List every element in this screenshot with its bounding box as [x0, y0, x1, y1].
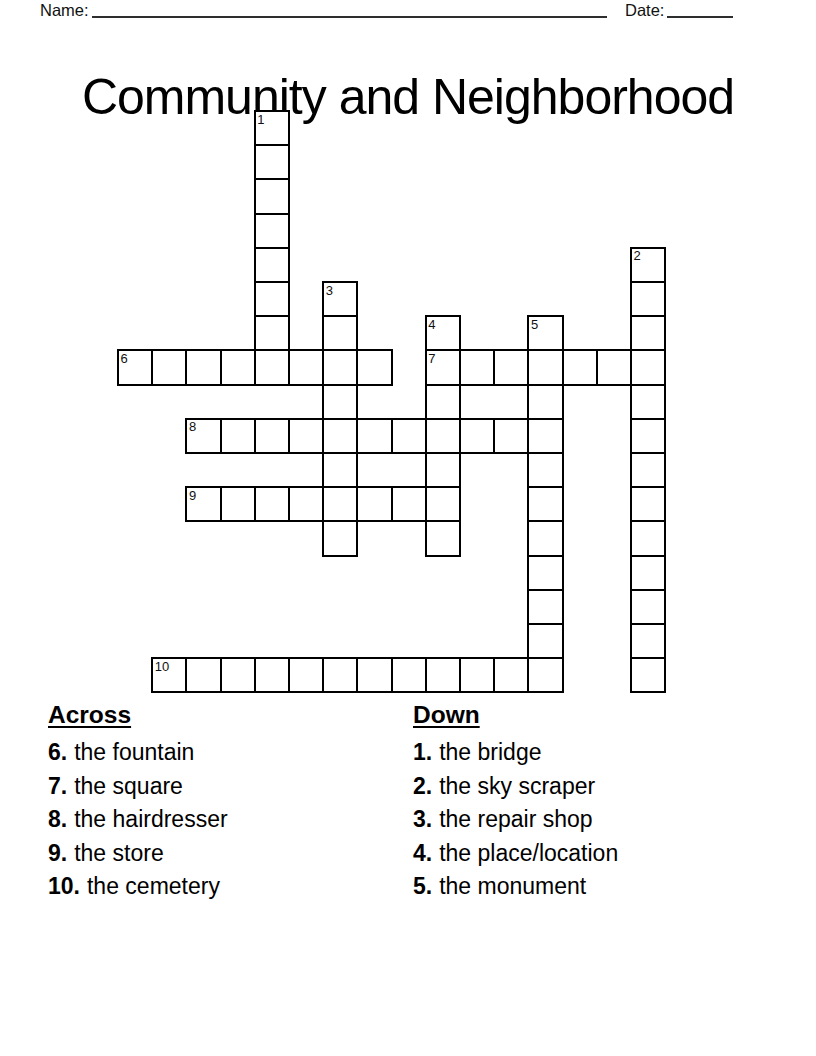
crossword-cell-r11c12[interactable]	[527, 486, 563, 522]
crossword-cell-r8c9[interactable]	[425, 384, 461, 420]
clue-number: 10.	[48, 873, 80, 899]
across-clue-10: 10.the cemetery	[48, 870, 228, 904]
crossword-cell-r7c0[interactable]	[117, 349, 153, 385]
crossword-cell-r16c5[interactable]	[288, 657, 324, 693]
crossword-cell-r7c10[interactable]	[459, 349, 495, 385]
worksheet-page: Name: Date: Community and Neighborhood 1…	[0, 0, 816, 1056]
crossword-cell-r11c5[interactable]	[288, 486, 324, 522]
crossword-cell-r1c4[interactable]	[254, 144, 290, 180]
crossword-cell-r0c4[interactable]	[254, 110, 290, 146]
crossword-cell-r10c15[interactable]	[630, 452, 666, 488]
crossword-cell-r12c15[interactable]	[630, 520, 666, 556]
crossword-cell-r2c4[interactable]	[254, 178, 290, 214]
down-clue-3: 3.the repair shop	[413, 803, 618, 837]
clue-number: 8.	[48, 806, 67, 832]
clue-number: 9.	[48, 840, 67, 866]
clue-text: the sky scraper	[439, 773, 595, 799]
crossword-cell-r7c14[interactable]	[596, 349, 632, 385]
crossword-cell-r9c7[interactable]	[356, 418, 392, 454]
crossword-cell-r13c15[interactable]	[630, 555, 666, 591]
crossword-cell-r6c6[interactable]	[322, 315, 358, 351]
crossword-cell-r14c15[interactable]	[630, 589, 666, 625]
crossword-cell-r7c3[interactable]	[220, 349, 256, 385]
clue-number: 5.	[413, 873, 432, 899]
clue-number: 6.	[48, 739, 67, 765]
across-clue-list: 6.the fountain7.the square8.the hairdres…	[48, 736, 228, 904]
crossword-cell-r7c11[interactable]	[493, 349, 529, 385]
clue-text: the fountain	[74, 739, 194, 765]
clue-text: the place/location	[439, 840, 618, 866]
crossword-grid: 12345678910	[117, 110, 667, 694]
across-clue-9: 9.the store	[48, 837, 228, 871]
crossword-cell-r16c2[interactable]	[185, 657, 221, 693]
clue-number: 1.	[413, 739, 432, 765]
crossword-cell-r12c12[interactable]	[527, 520, 563, 556]
crossword-cell-r11c8[interactable]	[391, 486, 427, 522]
crossword-cell-r6c4[interactable]	[254, 315, 290, 351]
crossword-cell-r11c15[interactable]	[630, 486, 666, 522]
crossword-cell-r3c4[interactable]	[254, 213, 290, 249]
crossword-cell-r9c15[interactable]	[630, 418, 666, 454]
crossword-cell-r15c15[interactable]	[630, 623, 666, 659]
across-heading: Across	[48, 700, 228, 730]
crossword-cell-r11c4[interactable]	[254, 486, 290, 522]
crossword-cell-r8c6[interactable]	[322, 384, 358, 420]
crossword-cell-r7c5[interactable]	[288, 349, 324, 385]
crossword-cell-r4c4[interactable]	[254, 247, 290, 283]
clue-number: 7.	[48, 773, 67, 799]
clue-text: the square	[74, 773, 183, 799]
crossword-cell-r9c5[interactable]	[288, 418, 324, 454]
across-clue-6: 6.the fountain	[48, 736, 228, 770]
crossword-cell-r8c12[interactable]	[527, 384, 563, 420]
crossword-cell-r14c12[interactable]	[527, 589, 563, 625]
crossword-cell-r11c3[interactable]	[220, 486, 256, 522]
crossword-cell-r9c9[interactable]	[425, 418, 461, 454]
crossword-cell-r7c15[interactable]	[630, 349, 666, 385]
date-label: Date:	[625, 1, 664, 20]
date-input-line[interactable]	[667, 0, 733, 18]
crossword-cell-r7c9[interactable]	[425, 349, 461, 385]
crossword-cell-r16c4[interactable]	[254, 657, 290, 693]
crossword-cell-r10c6[interactable]	[322, 452, 358, 488]
down-clue-2: 2.the sky scraper	[413, 770, 618, 804]
crossword-cell-r11c2[interactable]	[185, 486, 221, 522]
clue-text: the cemetery	[87, 873, 220, 899]
crossword-cell-r5c15[interactable]	[630, 281, 666, 317]
down-heading: Down	[413, 700, 618, 730]
across-clues-section: Across 6.the fountain7.the square8.the h…	[48, 700, 228, 904]
clue-text: the hairdresser	[74, 806, 227, 832]
down-clue-list: 1.the bridge2.the sky scraper3.the repai…	[413, 736, 618, 904]
crossword-cell-r4c15[interactable]	[630, 247, 666, 283]
clue-text: the store	[74, 840, 164, 866]
crossword-cell-r7c13[interactable]	[562, 349, 598, 385]
crossword-cell-r16c8[interactable]	[391, 657, 427, 693]
crossword-cell-r7c2[interactable]	[185, 349, 221, 385]
crossword-cell-r16c9[interactable]	[425, 657, 461, 693]
crossword-cell-r5c6[interactable]	[322, 281, 358, 317]
clue-text: the monument	[439, 873, 586, 899]
crossword-cell-r16c6[interactable]	[322, 657, 358, 693]
crossword-cell-r12c6[interactable]	[322, 520, 358, 556]
crossword-cell-r11c9[interactable]	[425, 486, 461, 522]
crossword-cell-r7c12[interactable]	[527, 349, 563, 385]
crossword-cell-r16c15[interactable]	[630, 657, 666, 693]
crossword-cell-r9c3[interactable]	[220, 418, 256, 454]
crossword-cell-r9c11[interactable]	[493, 418, 529, 454]
crossword-cell-r16c3[interactable]	[220, 657, 256, 693]
crossword-cell-r7c4[interactable]	[254, 349, 290, 385]
crossword-cell-r16c11[interactable]	[493, 657, 529, 693]
clue-text: the bridge	[439, 739, 541, 765]
across-clue-7: 7.the square	[48, 770, 228, 804]
crossword-cell-r8c15[interactable]	[630, 384, 666, 420]
crossword-cell-r15c12[interactable]	[527, 623, 563, 659]
crossword-cell-r9c2[interactable]	[185, 418, 221, 454]
crossword-cell-r6c9[interactable]	[425, 315, 461, 351]
crossword-cell-r16c12[interactable]	[527, 657, 563, 693]
clue-number: 2.	[413, 773, 432, 799]
crossword-cell-r10c12[interactable]	[527, 452, 563, 488]
name-label: Name:	[40, 1, 89, 20]
crossword-cell-r13c12[interactable]	[527, 555, 563, 591]
crossword-cell-r9c8[interactable]	[391, 418, 427, 454]
crossword-cell-r16c10[interactable]	[459, 657, 495, 693]
clue-number: 3.	[413, 806, 432, 832]
down-clue-4: 4.the place/location	[413, 837, 618, 871]
down-clues-section: Down 1.the bridge2.the sky scraper3.the …	[413, 700, 618, 904]
crossword-cell-r9c10[interactable]	[459, 418, 495, 454]
crossword-cell-r9c4[interactable]	[254, 418, 290, 454]
clue-text: the repair shop	[439, 806, 592, 832]
crossword-cell-r11c6[interactable]	[322, 486, 358, 522]
down-clue-5: 5.the monument	[413, 870, 618, 904]
crossword-cell-r16c7[interactable]	[356, 657, 392, 693]
clue-number: 4.	[413, 840, 432, 866]
crossword-cell-r7c7[interactable]	[356, 349, 392, 385]
crossword-cell-r16c1[interactable]	[151, 657, 187, 693]
crossword-cell-r7c6[interactable]	[322, 349, 358, 385]
crossword-cell-r6c15[interactable]	[630, 315, 666, 351]
down-clue-1: 1.the bridge	[413, 736, 618, 770]
crossword-cell-r11c7[interactable]	[356, 486, 392, 522]
crossword-cell-r9c6[interactable]	[322, 418, 358, 454]
across-clue-8: 8.the hairdresser	[48, 803, 228, 837]
crossword-cell-r7c1[interactable]	[151, 349, 187, 385]
crossword-cell-r10c9[interactable]	[425, 452, 461, 488]
name-input-line[interactable]	[92, 0, 607, 18]
crossword-cell-r12c9[interactable]	[425, 520, 461, 556]
crossword-cell-r9c12[interactable]	[527, 418, 563, 454]
crossword-cell-r5c4[interactable]	[254, 281, 290, 317]
crossword-cell-r6c12[interactable]	[527, 315, 563, 351]
